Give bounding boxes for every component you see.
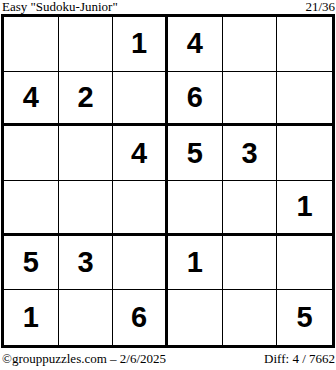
- copyright-credit: ©grouppuzzles.com – 2/6/2025: [2, 352, 166, 365]
- cell-r4c2-empty[interactable]: [59, 181, 114, 236]
- cell-r5c4-given-1: 1: [168, 236, 223, 291]
- cell-r4c1-empty[interactable]: [4, 181, 59, 236]
- cell-r6c3-given-6: 6: [113, 290, 168, 345]
- cell-r3c5-given-3: 3: [223, 126, 278, 181]
- cell-r6c4-empty[interactable]: [168, 290, 223, 345]
- cell-r6c1-given-1: 1: [4, 290, 59, 345]
- cell-r3c3-given-4: 4: [113, 126, 168, 181]
- cell-r6c5-empty[interactable]: [223, 290, 278, 345]
- cell-r5c5-empty[interactable]: [223, 236, 278, 291]
- difficulty-label: Diff: 4 / 7662: [264, 352, 335, 365]
- cell-r1c6-empty[interactable]: [277, 17, 332, 72]
- cell-r3c6-empty[interactable]: [277, 126, 332, 181]
- cell-r3c2-empty[interactable]: [59, 126, 114, 181]
- cell-r1c5-empty[interactable]: [223, 17, 278, 72]
- page-header: Easy "Sudoku-Junior" 21/36: [2, 0, 335, 14]
- cell-r2c6-empty[interactable]: [277, 72, 332, 127]
- cell-r1c3-given-1: 1: [113, 17, 168, 72]
- cell-r4c6-given-1: 1: [277, 181, 332, 236]
- puzzle-page: Easy "Sudoku-Junior" 21/36 1442645315311…: [0, 0, 336, 370]
- cell-r2c5-empty[interactable]: [223, 72, 278, 127]
- puzzle-title: Easy "Sudoku-Junior": [2, 0, 118, 13]
- cell-r2c3-empty[interactable]: [113, 72, 168, 127]
- cell-r2c2-given-2: 2: [59, 72, 114, 127]
- cell-r4c3-empty[interactable]: [113, 181, 168, 236]
- cell-r2c4-given-6: 6: [168, 72, 223, 127]
- cell-r5c2-given-3: 3: [59, 236, 114, 291]
- page-footer: ©grouppuzzles.com – 2/6/2025 Diff: 4 / 7…: [2, 352, 335, 368]
- cell-r5c3-empty[interactable]: [113, 236, 168, 291]
- cell-r5c1-given-5: 5: [4, 236, 59, 291]
- sudoku-grid: 144264531531165: [1, 14, 335, 348]
- cell-r3c1-empty[interactable]: [4, 126, 59, 181]
- cell-r4c5-empty[interactable]: [223, 181, 278, 236]
- cell-r1c2-empty[interactable]: [59, 17, 114, 72]
- cell-r4c4-empty[interactable]: [168, 181, 223, 236]
- cell-r5c6-empty[interactable]: [277, 236, 332, 291]
- cell-r1c1-empty[interactable]: [4, 17, 59, 72]
- cell-r1c4-given-4: 4: [168, 17, 223, 72]
- cell-r3c4-given-5: 5: [168, 126, 223, 181]
- cell-r6c6-given-5: 5: [277, 290, 332, 345]
- clue-progress: 21/36: [305, 0, 335, 13]
- cell-r2c1-given-4: 4: [4, 72, 59, 127]
- cell-r6c2-empty[interactable]: [59, 290, 114, 345]
